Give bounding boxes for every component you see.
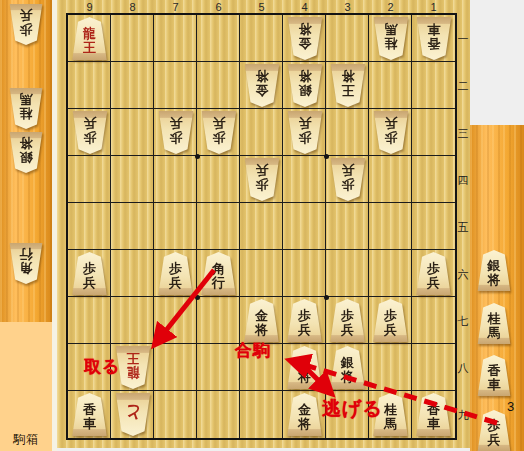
piece-kanji: 歩 xyxy=(83,131,96,144)
piece-kanji: 桂 xyxy=(20,107,33,120)
square-8b[interactable] xyxy=(111,62,154,109)
square-6g[interactable] xyxy=(197,297,240,344)
piece-kanji: 銀 xyxy=(488,259,501,272)
piece-kanji: 歩 xyxy=(169,262,182,275)
piece-6f[interactable]: 角行 xyxy=(201,252,237,295)
piece-kanji: 将 xyxy=(298,23,311,36)
piece-kanji: 兵 xyxy=(341,323,354,336)
piece-kanji: 銀 xyxy=(20,151,33,164)
piece-kanji: 将 xyxy=(20,137,33,150)
star-point xyxy=(324,154,329,159)
piece-kanji: 香 xyxy=(488,364,501,377)
piece-kanji: 将 xyxy=(341,370,354,383)
piece-kanji: 兵 xyxy=(20,9,33,22)
square-2d[interactable] xyxy=(369,156,412,203)
square-1d[interactable] xyxy=(412,156,455,203)
piece-1f[interactable]: 歩兵 xyxy=(416,252,452,295)
square-4e[interactable] xyxy=(283,203,326,250)
square-6h[interactable] xyxy=(197,344,240,391)
square-5f[interactable] xyxy=(240,250,283,297)
piece-kanji: 車 xyxy=(427,23,440,36)
piece-kanji: 馬 xyxy=(384,23,397,36)
square-6b[interactable] xyxy=(197,62,240,109)
star-point xyxy=(324,295,329,300)
piece-kanji: 王 xyxy=(341,84,354,97)
piece-kanji: 歩 xyxy=(83,262,96,275)
piece-9i[interactable]: 香車 xyxy=(72,393,108,436)
piece-kanji: 兵 xyxy=(83,117,96,130)
piece-kanji: 香 xyxy=(427,37,440,50)
piece-kanji: 歩 xyxy=(341,309,354,322)
square-9e[interactable] xyxy=(68,203,111,250)
piece-9f[interactable]: 歩兵 xyxy=(72,252,108,295)
square-8e[interactable] xyxy=(111,203,154,250)
file-label-8: 8 xyxy=(129,1,135,13)
square-8d[interactable] xyxy=(111,156,154,203)
square-5c[interactable] xyxy=(240,109,283,156)
rank-label-3: 三 xyxy=(458,125,469,140)
file-label-7: 7 xyxy=(172,1,178,13)
piece-3d[interactable]: 歩兵 xyxy=(330,158,366,201)
piece-kanji: 兵 xyxy=(212,117,225,130)
piece-kanji: 歩 xyxy=(488,419,501,432)
piece-kanji: 龍 xyxy=(126,366,139,379)
piece-kanji: 兵 xyxy=(169,276,182,289)
piece-kanji: 兵 xyxy=(298,117,311,130)
piece-kanji: 金 xyxy=(298,403,311,416)
piece-kanji: 角 xyxy=(212,262,225,275)
square-8c[interactable] xyxy=(111,109,154,156)
piece-6c[interactable]: 歩兵 xyxy=(201,111,237,154)
piece-4h[interactable]: 玉将 xyxy=(287,346,323,389)
piece-box: 駒箱 xyxy=(0,322,52,451)
sente-hand-pawn-count: 3 xyxy=(507,399,514,414)
square-1g[interactable] xyxy=(412,297,455,344)
square-3c[interactable] xyxy=(326,109,369,156)
piece-9c[interactable]: 歩兵 xyxy=(72,111,108,154)
piece-kanji: 車 xyxy=(83,417,96,430)
piece-kanji: 馬 xyxy=(488,326,501,339)
file-label-2: 2 xyxy=(387,1,393,13)
square-7i[interactable] xyxy=(154,391,197,438)
file-label-1: 1 xyxy=(430,1,436,13)
gote-hand-桂馬[interactable]: 桂馬 xyxy=(9,88,43,129)
square-3f[interactable] xyxy=(326,250,369,297)
piece-box-label: 駒箱 xyxy=(0,431,52,448)
piece-kanji: 金 xyxy=(255,309,268,322)
piece-kanji: 歩 xyxy=(298,309,311,322)
square-6i[interactable] xyxy=(197,391,240,438)
piece-kanji: 玉 xyxy=(298,356,311,369)
piece-4i[interactable]: 金将 xyxy=(287,393,323,436)
piece-4g[interactable]: 歩兵 xyxy=(287,299,323,342)
piece-kanji: 桂 xyxy=(384,403,397,416)
piece-kanji: 将 xyxy=(298,70,311,83)
square-3e[interactable] xyxy=(326,203,369,250)
piece-2a[interactable]: 桂馬 xyxy=(373,17,409,60)
gote-hand-銀将[interactable]: 銀将 xyxy=(9,132,43,173)
piece-kanji: 将 xyxy=(255,323,268,336)
piece-3h[interactable]: 銀将 xyxy=(330,346,366,389)
square-4d[interactable] xyxy=(283,156,326,203)
rank-label-1: 一 xyxy=(458,31,469,46)
interpose-annotation: 合駒 xyxy=(235,339,271,362)
piece-5b[interactable]: 金将 xyxy=(244,64,280,107)
piece-kanji: 将 xyxy=(255,70,268,83)
square-5i[interactable] xyxy=(240,391,283,438)
gote-hand-歩兵[interactable]: 歩兵 xyxy=(9,4,43,45)
star-point xyxy=(195,154,200,159)
piece-kanji: 角 xyxy=(20,262,33,275)
rank-label-2: 二 xyxy=(458,78,469,93)
piece-2c[interactable]: 歩兵 xyxy=(373,111,409,154)
piece-9a[interactable]: 龍王 xyxy=(72,17,108,60)
piece-5g[interactable]: 金将 xyxy=(244,299,280,342)
piece-kanji: 王 xyxy=(83,41,96,54)
file-label-4: 4 xyxy=(301,1,307,13)
rank-label-9: 九 xyxy=(458,407,469,422)
piece-kanji: 歩 xyxy=(341,178,354,191)
file-label-3: 3 xyxy=(344,1,350,13)
sente-hand-香車[interactable]: 香車 xyxy=(477,355,511,396)
square-8f[interactable] xyxy=(111,250,154,297)
board-edge-strip xyxy=(52,0,57,451)
piece-kanji: 金 xyxy=(255,84,268,97)
square-7h[interactable] xyxy=(154,344,197,391)
piece-7f[interactable]: 歩兵 xyxy=(158,252,194,295)
piece-kanji: 歩 xyxy=(212,131,225,144)
piece-kanji: 香 xyxy=(427,403,440,416)
rank-label-7: 七 xyxy=(458,313,469,328)
piece-kanji: 歩 xyxy=(255,178,268,191)
piece-kanji: 兵 xyxy=(255,164,268,177)
rank-label-6: 六 xyxy=(458,266,469,281)
piece-kanji: 馬 xyxy=(384,417,397,430)
sente-hand-桂馬[interactable]: 桂馬 xyxy=(477,303,511,344)
square-1h[interactable] xyxy=(412,344,455,391)
piece-kanji: 銀 xyxy=(298,84,311,97)
file-label-9: 9 xyxy=(86,1,92,13)
square-2h[interactable] xyxy=(369,344,412,391)
file-label-6: 6 xyxy=(215,1,221,13)
piece-1i[interactable]: 香車 xyxy=(416,393,452,436)
piece-kanji: 馬 xyxy=(20,93,33,106)
piece-kanji: 車 xyxy=(488,378,501,391)
square-8g[interactable] xyxy=(111,297,154,344)
square-7b[interactable] xyxy=(154,62,197,109)
piece-kanji: 兵 xyxy=(427,276,440,289)
piece-kanji: 将 xyxy=(298,417,311,430)
piece-kanji: 行 xyxy=(20,248,33,261)
square-1b[interactable] xyxy=(412,62,455,109)
square-1e[interactable] xyxy=(412,203,455,250)
square-2e[interactable] xyxy=(369,203,412,250)
take-annotation: 取る xyxy=(84,355,120,378)
square-6a[interactable] xyxy=(197,15,240,62)
square-9b[interactable] xyxy=(68,62,111,109)
gote-hand-角行[interactable]: 角行 xyxy=(9,243,43,284)
square-5a[interactable] xyxy=(240,15,283,62)
piece-kanji: 兵 xyxy=(384,117,397,130)
piece-5d[interactable]: 歩兵 xyxy=(244,158,280,201)
rank-label-5: 五 xyxy=(458,219,469,234)
rank-label-8: 八 xyxy=(458,360,469,375)
piece-kanji: 兵 xyxy=(298,323,311,336)
piece-7c[interactable]: 歩兵 xyxy=(158,111,194,154)
piece-kanji: 金 xyxy=(298,37,311,50)
piece-kanji: 歩 xyxy=(427,262,440,275)
sente-hand-歩兵[interactable]: 歩兵 xyxy=(477,410,511,451)
square-9d[interactable] xyxy=(68,156,111,203)
square-7d[interactable] xyxy=(154,156,197,203)
piece-kanji: 歩 xyxy=(384,309,397,322)
piece-kanji: 車 xyxy=(427,417,440,430)
square-5e[interactable] xyxy=(240,203,283,250)
piece-kanji: 兵 xyxy=(169,117,182,130)
square-6d[interactable] xyxy=(197,156,240,203)
shogi-app: 駒箱 987654321一二三四五六七八九 龍王金将桂馬香車金将銀将王将歩兵歩兵… xyxy=(0,0,524,451)
piece-kanji: 将 xyxy=(488,273,501,286)
piece-kanji: 兵 xyxy=(83,276,96,289)
piece-kanji: 歩 xyxy=(384,131,397,144)
piece-1a[interactable]: 香車 xyxy=(416,17,452,60)
piece-3b[interactable]: 王将 xyxy=(330,64,366,107)
escape-annotation: 逃げる xyxy=(322,396,383,422)
piece-kanji: 兵 xyxy=(384,323,397,336)
piece-4c[interactable]: 歩兵 xyxy=(287,111,323,154)
piece-8i[interactable]: と xyxy=(115,393,151,436)
square-6e[interactable] xyxy=(197,203,240,250)
piece-kanji: 将 xyxy=(341,70,354,83)
square-3a[interactable] xyxy=(326,15,369,62)
piece-kanji: 龍 xyxy=(83,27,96,40)
piece-kanji: 桂 xyxy=(488,312,501,325)
piece-kanji: 歩 xyxy=(169,131,182,144)
piece-3g[interactable]: 歩兵 xyxy=(330,299,366,342)
square-8a[interactable] xyxy=(111,15,154,62)
square-9g[interactable] xyxy=(68,297,111,344)
piece-kanji: 歩 xyxy=(20,23,33,36)
piece-kanji: 兵 xyxy=(488,433,501,446)
sente-hand-銀将[interactable]: 銀将 xyxy=(477,250,511,291)
piece-kanji: 桂 xyxy=(384,37,397,50)
piece-kanji: 香 xyxy=(83,403,96,416)
piece-kanji: 王 xyxy=(126,352,139,365)
piece-4a[interactable]: 金将 xyxy=(287,17,323,60)
piece-4b[interactable]: 銀将 xyxy=(287,64,323,107)
file-label-5: 5 xyxy=(258,1,264,13)
piece-kanji: 歩 xyxy=(298,131,311,144)
star-point xyxy=(195,295,200,300)
square-4f[interactable] xyxy=(283,250,326,297)
square-7g[interactable] xyxy=(154,297,197,344)
piece-kanji: と xyxy=(124,404,141,421)
square-7a[interactable] xyxy=(154,15,197,62)
square-2b[interactable] xyxy=(369,62,412,109)
piece-kanji: 兵 xyxy=(341,164,354,177)
square-2f[interactable] xyxy=(369,250,412,297)
piece-kanji: 将 xyxy=(298,370,311,383)
square-7e[interactable] xyxy=(154,203,197,250)
rank-label-4: 四 xyxy=(458,172,469,187)
piece-2g[interactable]: 歩兵 xyxy=(373,299,409,342)
piece-kanji: 銀 xyxy=(341,356,354,369)
square-1c[interactable] xyxy=(412,109,455,156)
piece-kanji: 行 xyxy=(212,276,225,289)
